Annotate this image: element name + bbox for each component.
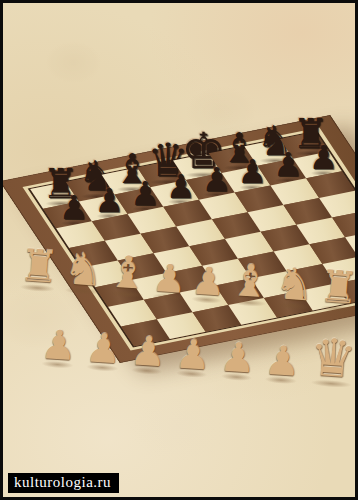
black-pawn-h7: ♟ — [309, 141, 339, 174]
watermark: kulturologia.ru — [8, 473, 119, 493]
white-bishop-display-back-6: ♝ — [229, 258, 271, 305]
white-pawn-display-front-1: ♟ — [39, 324, 78, 366]
white-pawn-display-front-4: ♟ — [174, 333, 213, 375]
white-pawn-display-front-3: ♟ — [129, 330, 168, 372]
white-rook-display-back-8: ♜ — [318, 264, 358, 311]
white-rook-display-back-1: ♜ — [18, 243, 60, 290]
white-knight-display-back-2: ♞ — [62, 246, 104, 293]
white-bishop-display-back-3: ♝ — [107, 249, 149, 296]
white-pawn-display-front-2: ♟ — [84, 327, 123, 369]
white-pawn-display-front-6: ♟ — [263, 340, 302, 382]
white-pawn-display-front-5: ♟ — [218, 336, 257, 378]
white-knight-display-back-7: ♞ — [273, 261, 315, 308]
white-pawn-display-back-5: ♟ — [190, 261, 227, 301]
photo-scene: ♜♞♝♛♚♝♞♜♟♟♟♟♟♟♟♟ ♜♞♝♟♟♝♞♜ ♟♟♟♟♟♟♛♚ kultu… — [0, 0, 358, 500]
white-queen-display-front-7: ♛ — [308, 331, 358, 386]
white-pawn-display-back-4: ♟ — [151, 258, 188, 298]
